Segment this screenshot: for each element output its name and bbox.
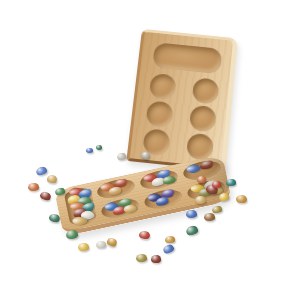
gem-stone — [195, 196, 206, 204]
upper-pit-6[interactable] — [186, 132, 214, 160]
gem-stone — [212, 181, 221, 188]
gem-stone — [185, 225, 199, 237]
gem-stone — [218, 192, 229, 202]
gem-stone — [86, 148, 93, 153]
lower-board-grid — [63, 159, 221, 228]
gem-stone — [108, 186, 121, 196]
gem-stone — [165, 236, 175, 243]
upper-pit-4[interactable] — [189, 104, 217, 132]
gem-stone — [199, 160, 215, 169]
gem-stone — [197, 176, 206, 183]
gem-stone — [66, 229, 79, 239]
gem-stone — [162, 243, 175, 254]
lower-pit-front-1[interactable] — [100, 196, 141, 221]
gem-stone — [39, 190, 52, 201]
mancala-product-photo — [0, 0, 292, 292]
lower-store-pit[interactable] — [63, 186, 97, 227]
upper-board-half — [126, 29, 238, 171]
lower-board-half — [54, 154, 232, 236]
gem-stone — [151, 255, 161, 263]
gem-stone — [236, 195, 248, 204]
gem-stone — [35, 166, 48, 177]
gem-stone — [78, 243, 89, 251]
gem-stone — [106, 236, 118, 247]
gem-stone — [155, 196, 168, 206]
upper-pit-2[interactable] — [192, 77, 220, 104]
gem-stone — [28, 183, 39, 191]
upper-board-grid — [139, 42, 225, 161]
gem-stone — [136, 254, 147, 262]
gem-stone — [211, 205, 222, 214]
gem-stone — [96, 241, 106, 248]
upper-pit-1[interactable] — [149, 72, 177, 99]
gem-stone — [116, 152, 126, 160]
lower-pit-back-2[interactable] — [139, 167, 180, 192]
upper-store-pit[interactable] — [152, 42, 222, 74]
gem-stone — [186, 210, 197, 218]
gem-stone — [96, 145, 102, 150]
lower-pit-front-2[interactable] — [143, 187, 184, 212]
gem-stone — [46, 174, 57, 184]
lower-pit-back-1[interactable] — [96, 176, 137, 201]
gem-stone — [226, 179, 236, 186]
gem-stone — [138, 230, 150, 240]
gem-stone — [204, 213, 215, 221]
upper-pit-3[interactable] — [146, 100, 174, 128]
